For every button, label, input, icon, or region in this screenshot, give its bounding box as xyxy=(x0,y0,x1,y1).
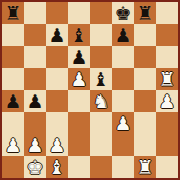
square-f2[interactable] xyxy=(112,134,134,156)
square-h3[interactable] xyxy=(156,112,178,134)
square-f4[interactable] xyxy=(112,90,134,112)
square-b3[interactable] xyxy=(24,112,46,134)
square-d5[interactable]: ♟ xyxy=(68,68,90,90)
square-e8[interactable] xyxy=(90,2,112,24)
square-c4[interactable] xyxy=(46,90,68,112)
square-b8[interactable] xyxy=(24,2,46,24)
square-g7[interactable] xyxy=(134,24,156,46)
piece-white-pawn[interactable]: ♟ xyxy=(158,90,175,112)
piece-black-pawn[interactable]: ♟ xyxy=(70,46,87,68)
piece-white-pawn[interactable]: ♟ xyxy=(48,134,65,156)
square-g1[interactable]: ♜ xyxy=(134,156,156,178)
square-g3[interactable] xyxy=(134,112,156,134)
piece-white-knight[interactable]: ♞ xyxy=(92,90,109,112)
square-b7[interactable] xyxy=(24,24,46,46)
square-h5[interactable]: ♜ xyxy=(156,68,178,90)
square-a6[interactable] xyxy=(2,46,24,68)
piece-white-pawn[interactable]: ♟ xyxy=(70,68,87,90)
square-g6[interactable] xyxy=(134,46,156,68)
square-d3[interactable] xyxy=(68,112,90,134)
square-g5[interactable] xyxy=(134,68,156,90)
piece-white-bishop[interactable]: ♝ xyxy=(48,156,65,178)
square-d4[interactable] xyxy=(68,90,90,112)
piece-black-rook[interactable]: ♜ xyxy=(4,2,21,24)
square-a3[interactable] xyxy=(2,112,24,134)
piece-black-pawn[interactable]: ♟ xyxy=(4,90,21,112)
piece-black-bishop[interactable]: ♝ xyxy=(70,24,87,46)
square-e3[interactable] xyxy=(90,112,112,134)
square-b4[interactable]: ♟ xyxy=(24,90,46,112)
square-e6[interactable] xyxy=(90,46,112,68)
square-f3[interactable]: ♟ xyxy=(112,112,134,134)
square-h4[interactable]: ♟ xyxy=(156,90,178,112)
square-f1[interactable] xyxy=(112,156,134,178)
square-f8[interactable]: ♚ xyxy=(112,2,134,24)
square-c3[interactable] xyxy=(46,112,68,134)
piece-black-pawn[interactable]: ♟ xyxy=(114,24,131,46)
square-c7[interactable]: ♟ xyxy=(46,24,68,46)
piece-white-pawn[interactable]: ♟ xyxy=(4,134,21,156)
square-b2[interactable]: ♟ xyxy=(24,134,46,156)
square-a1[interactable] xyxy=(2,156,24,178)
piece-black-pawn[interactable]: ♟ xyxy=(48,24,65,46)
square-h1[interactable] xyxy=(156,156,178,178)
square-b1[interactable]: ♚ xyxy=(24,156,46,178)
square-e7[interactable] xyxy=(90,24,112,46)
square-d1[interactable] xyxy=(68,156,90,178)
square-a8[interactable]: ♜ xyxy=(2,2,24,24)
square-c6[interactable] xyxy=(46,46,68,68)
square-d2[interactable] xyxy=(68,134,90,156)
square-a4[interactable]: ♟ xyxy=(2,90,24,112)
square-g2[interactable] xyxy=(134,134,156,156)
square-h2[interactable] xyxy=(156,134,178,156)
square-e5[interactable]: ♝ xyxy=(90,68,112,90)
piece-white-pawn[interactable]: ♟ xyxy=(114,112,131,134)
piece-black-pawn[interactable]: ♟ xyxy=(26,90,43,112)
piece-black-bishop[interactable]: ♝ xyxy=(92,68,109,90)
chess-board: ♜♚♜♟♝♟♟♟♝♜♟♟♞♟♟♟♟♟♚♝♜ xyxy=(2,2,178,178)
square-d7[interactable]: ♝ xyxy=(68,24,90,46)
piece-white-rook[interactable]: ♜ xyxy=(158,68,175,90)
square-d8[interactable] xyxy=(68,2,90,24)
square-a2[interactable]: ♟ xyxy=(2,134,24,156)
square-e4[interactable]: ♞ xyxy=(90,90,112,112)
square-c2[interactable]: ♟ xyxy=(46,134,68,156)
piece-white-pawn[interactable]: ♟ xyxy=(26,134,43,156)
square-c5[interactable] xyxy=(46,68,68,90)
square-h8[interactable] xyxy=(156,2,178,24)
square-b6[interactable] xyxy=(24,46,46,68)
square-b5[interactable] xyxy=(24,68,46,90)
board-frame: ♜♚♜♟♝♟♟♟♝♜♟♟♞♟♟♟♟♟♚♝♜ xyxy=(0,0,180,180)
piece-white-king[interactable]: ♚ xyxy=(26,156,43,178)
square-a5[interactable] xyxy=(2,68,24,90)
square-h6[interactable] xyxy=(156,46,178,68)
square-f5[interactable] xyxy=(112,68,134,90)
square-a7[interactable] xyxy=(2,24,24,46)
square-d6[interactable]: ♟ xyxy=(68,46,90,68)
piece-white-rook[interactable]: ♜ xyxy=(136,156,153,178)
square-f7[interactable]: ♟ xyxy=(112,24,134,46)
square-e1[interactable] xyxy=(90,156,112,178)
square-h7[interactable] xyxy=(156,24,178,46)
square-f6[interactable] xyxy=(112,46,134,68)
square-c8[interactable] xyxy=(46,2,68,24)
square-g8[interactable]: ♜ xyxy=(134,2,156,24)
square-c1[interactable]: ♝ xyxy=(46,156,68,178)
square-g4[interactable] xyxy=(134,90,156,112)
square-e2[interactable] xyxy=(90,134,112,156)
piece-black-king[interactable]: ♚ xyxy=(114,2,131,24)
piece-black-rook[interactable]: ♜ xyxy=(136,2,153,24)
